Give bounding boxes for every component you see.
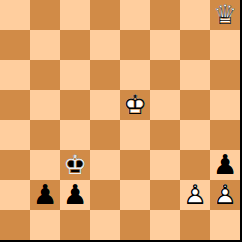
- square-e5[interactable]: ♚♔: [120, 90, 150, 120]
- square-c2[interactable]: ♟♟: [60, 180, 90, 210]
- square-a6[interactable]: [0, 60, 30, 90]
- square-g2[interactable]: ♟♙: [180, 180, 210, 210]
- square-b1[interactable]: [30, 210, 60, 240]
- square-b4[interactable]: [30, 120, 60, 150]
- piece-white-king-detail-icon: ♔: [120, 90, 150, 120]
- square-e6[interactable]: [120, 60, 150, 90]
- square-h1[interactable]: [210, 210, 240, 240]
- square-c4[interactable]: [60, 120, 90, 150]
- square-f8[interactable]: [150, 0, 180, 30]
- piece-black-pawn-detail-icon: ♟: [30, 180, 60, 210]
- square-d1[interactable]: [90, 210, 120, 240]
- square-h6[interactable]: [210, 60, 240, 90]
- square-c6[interactable]: [60, 60, 90, 90]
- square-d2[interactable]: [90, 180, 120, 210]
- square-e4[interactable]: [120, 120, 150, 150]
- square-c3[interactable]: ♚♔: [60, 150, 90, 180]
- square-d6[interactable]: [90, 60, 120, 90]
- square-g4[interactable]: [180, 120, 210, 150]
- square-f5[interactable]: [150, 90, 180, 120]
- square-a4[interactable]: [0, 120, 30, 150]
- square-a1[interactable]: [0, 210, 30, 240]
- square-h5[interactable]: [210, 90, 240, 120]
- square-g3[interactable]: [180, 150, 210, 180]
- square-e8[interactable]: [120, 0, 150, 30]
- square-f6[interactable]: [150, 60, 180, 90]
- square-e7[interactable]: [120, 30, 150, 60]
- square-h2[interactable]: ♟♙: [210, 180, 240, 210]
- square-c7[interactable]: [60, 30, 90, 60]
- square-f4[interactable]: [150, 120, 180, 150]
- square-g6[interactable]: [180, 60, 210, 90]
- square-a3[interactable]: [0, 150, 30, 180]
- square-a7[interactable]: [0, 30, 30, 60]
- square-f2[interactable]: [150, 180, 180, 210]
- square-a5[interactable]: [0, 90, 30, 120]
- square-b2[interactable]: ♟♟: [30, 180, 60, 210]
- square-h3[interactable]: ♟♟: [210, 150, 240, 180]
- square-b7[interactable]: [30, 30, 60, 60]
- square-d7[interactable]: [90, 30, 120, 60]
- square-f7[interactable]: [150, 30, 180, 60]
- square-e2[interactable]: [120, 180, 150, 210]
- square-g1[interactable]: [180, 210, 210, 240]
- square-e3[interactable]: [120, 150, 150, 180]
- square-g7[interactable]: [180, 30, 210, 60]
- square-d5[interactable]: [90, 90, 120, 120]
- piece-black-pawn-detail-icon: ♟: [60, 180, 90, 210]
- piece-white-pawn-detail-icon: ♙: [210, 180, 240, 210]
- square-d8[interactable]: [90, 0, 120, 30]
- piece-white-queen-detail-icon: ♕: [210, 0, 240, 30]
- square-a8[interactable]: [0, 0, 30, 30]
- square-h4[interactable]: [210, 120, 240, 150]
- piece-black-king-detail-icon: ♔: [60, 150, 90, 180]
- square-c1[interactable]: [60, 210, 90, 240]
- board: ♛♕♚♔♚♔♟♟♟♟♟♟♟♙♟♙: [0, 0, 240, 240]
- square-c5[interactable]: [60, 90, 90, 120]
- square-e1[interactable]: [120, 210, 150, 240]
- square-h8[interactable]: ♛♕: [210, 0, 240, 30]
- square-b8[interactable]: [30, 0, 60, 30]
- square-b6[interactable]: [30, 60, 60, 90]
- piece-black-pawn-detail-icon: ♟: [210, 150, 240, 180]
- square-d4[interactable]: [90, 120, 120, 150]
- piece-white-pawn-detail-icon: ♙: [180, 180, 210, 210]
- square-b5[interactable]: [30, 90, 60, 120]
- square-f3[interactable]: [150, 150, 180, 180]
- square-f1[interactable]: [150, 210, 180, 240]
- square-g8[interactable]: [180, 0, 210, 30]
- chessboard-frame: ♛♕♚♔♚♔♟♟♟♟♟♟♟♙♟♙: [0, 0, 242, 242]
- square-a2[interactable]: [0, 180, 30, 210]
- square-h7[interactable]: [210, 30, 240, 60]
- square-b3[interactable]: [30, 150, 60, 180]
- square-d3[interactable]: [90, 150, 120, 180]
- square-c8[interactable]: [60, 0, 90, 30]
- square-g5[interactable]: [180, 90, 210, 120]
